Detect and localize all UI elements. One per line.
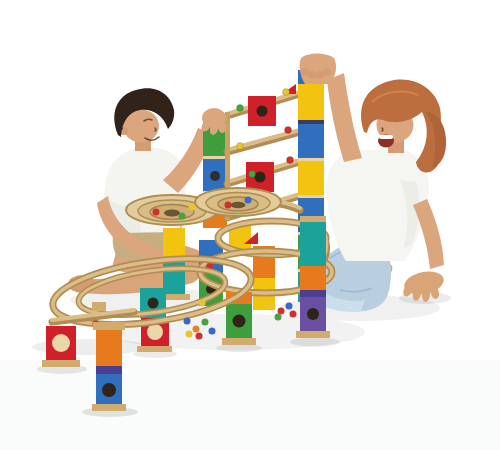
right-child-left-hand [300,54,336,85]
bottom-left-red-cube [42,326,80,367]
bottom-left-column [92,322,126,411]
spiral-funnel-right [195,188,281,216]
bottom-right-column [296,216,330,338]
photo-two-children-marble-run: Two children playing with a colorful woo… [0,0,500,450]
floor [0,360,500,450]
scene-canvas: Two children playing with a colorful woo… [0,0,500,450]
